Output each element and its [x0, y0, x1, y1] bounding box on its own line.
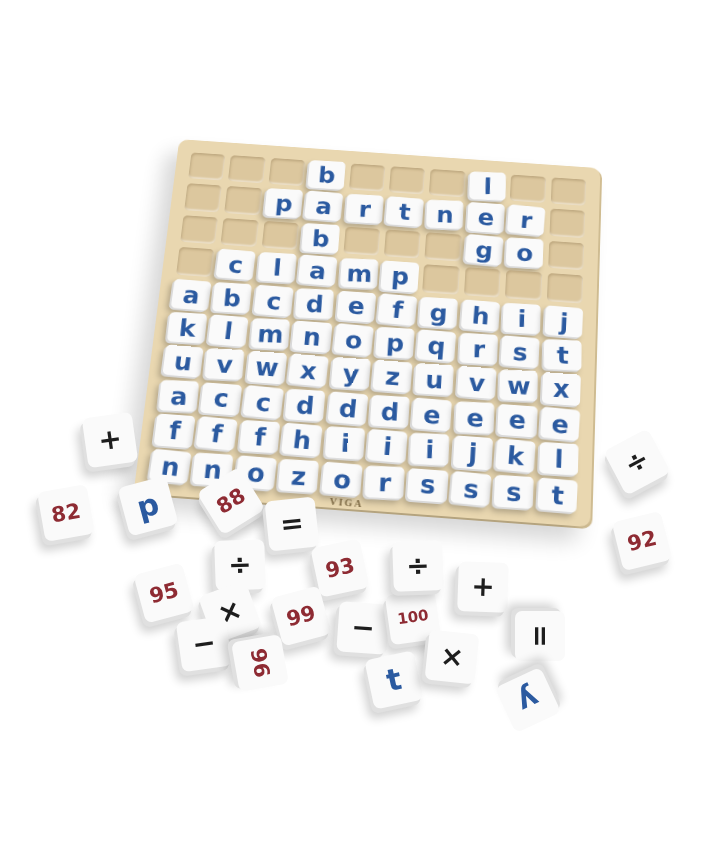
board-cell: l: [258, 253, 296, 283]
loose-number-tile[interactable]: 92: [612, 511, 673, 572]
letter-tile[interactable]: x: [288, 354, 330, 388]
letter-tile[interactable]: a: [304, 191, 344, 222]
board-cell: h: [462, 300, 499, 331]
board-cell: f: [379, 294, 417, 324]
board-cell: w: [500, 370, 538, 402]
letter-tile[interactable]: w: [246, 351, 287, 384]
board-cell: b: [302, 224, 340, 253]
letter-tile[interactable]: d: [370, 395, 410, 428]
loose-symbol-tile[interactable]: +: [82, 412, 138, 468]
board-cell: x: [289, 355, 328, 386]
board-cell: [261, 221, 299, 250]
board-cell: h: [282, 424, 321, 456]
letter-tile[interactable]: t: [385, 196, 424, 227]
board-cell: i: [325, 427, 364, 459]
board-cell: [176, 247, 214, 277]
board-cell: k: [168, 313, 207, 344]
letter-tile[interactable]: r: [365, 465, 405, 499]
board-cell: [425, 232, 462, 262]
board-cell: j: [454, 436, 493, 468]
letter-tile[interactable]: k: [167, 312, 208, 344]
letter-tile[interactable]: e: [455, 401, 494, 434]
letter-tile[interactable]: v: [457, 366, 497, 400]
board-cell: [180, 215, 218, 244]
letter-tile[interactable]: c: [200, 382, 242, 416]
letter-tile[interactable]: j: [544, 305, 583, 338]
board-cell: v: [458, 367, 496, 398]
letter-tile[interactable]: e: [467, 202, 505, 233]
loose-symbol-tile[interactable]: −: [176, 616, 232, 672]
board-cell: c: [201, 383, 241, 415]
loose-symbol-tile[interactable]: =: [265, 497, 320, 552]
board-cell: e: [498, 405, 536, 437]
loose-letter-tile[interactable]: t: [364, 650, 423, 709]
board-cell: i: [411, 433, 450, 465]
letter-tile[interactable]: f: [239, 420, 281, 454]
board-cell: e: [456, 402, 494, 434]
letter-tile[interactable]: n: [426, 200, 464, 230]
board-cell: n: [293, 321, 331, 352]
loose-symbol-tile[interactable]: =: [515, 611, 565, 661]
letter-tile[interactable]: c: [253, 284, 294, 317]
letter-tile[interactable]: k: [495, 438, 536, 474]
letter-tile[interactable]: l: [539, 442, 579, 476]
letter-tile[interactable]: p: [380, 261, 419, 293]
letter-tile[interactable]: i: [324, 426, 365, 460]
letter-tile[interactable]: q: [417, 329, 457, 363]
letter-tile[interactable]: d: [327, 391, 369, 426]
letter-tile[interactable]: o: [506, 237, 544, 268]
letter-tile[interactable]: p: [264, 188, 303, 218]
board-cell: o: [322, 462, 362, 495]
board-cell: p: [381, 261, 418, 291]
board-cell: [429, 169, 465, 198]
board-cell: r: [346, 195, 383, 224]
letter-tile[interactable]: e: [336, 290, 376, 322]
letter-tile[interactable]: l: [469, 171, 506, 201]
letter-board: blpartnerbgoclampabcdefghijklmnopqrstuvw…: [134, 139, 601, 527]
letter-tile[interactable]: g: [419, 296, 458, 328]
board-cell: i: [368, 430, 407, 462]
letter-tile[interactable]: z: [372, 360, 413, 394]
letter-tile[interactable]: l: [208, 314, 249, 347]
loose-number-tile[interactable]: 95: [133, 562, 194, 623]
board-cell: f: [240, 421, 280, 453]
letter-tile[interactable]: h: [281, 423, 323, 458]
letter-tile[interactable]: a: [158, 380, 199, 413]
board-cell: [384, 229, 421, 259]
letter-tile[interactable]: i: [503, 302, 541, 334]
board-cell: c: [217, 250, 255, 280]
board-cell: f: [155, 415, 195, 447]
board-cell: [268, 158, 305, 187]
board-cell: t: [386, 198, 423, 227]
board-cell: a: [299, 256, 337, 286]
board-cell: p: [376, 327, 414, 358]
brand-engraving: VIGA: [329, 496, 364, 509]
loose-symbol-tile[interactable]: −: [336, 601, 389, 654]
board-cell: [184, 183, 222, 212]
board-cell: [389, 166, 426, 195]
board-cell: [221, 218, 259, 247]
letter-tile[interactable]: t: [543, 339, 581, 371]
board-cell: [510, 175, 546, 204]
letter-tile[interactable]: o: [321, 461, 363, 496]
letter-tile[interactable]: b: [212, 282, 252, 313]
board-cell: b: [213, 282, 252, 312]
board-cell: n: [427, 200, 464, 229]
board-cell: d: [371, 395, 410, 427]
letter-tile[interactable]: v: [205, 349, 245, 381]
board-cell: [549, 209, 585, 238]
board-cell: [188, 152, 226, 180]
letter-tile[interactable]: y: [330, 357, 370, 390]
board-cell: d: [296, 288, 334, 318]
letter-tile[interactable]: c: [216, 249, 257, 281]
board-cell: e: [468, 203, 504, 232]
letter-tile[interactable]: z: [278, 459, 319, 493]
board-cell: r: [365, 466, 404, 499]
board-cell: a: [305, 192, 342, 221]
letter-tile[interactable]: h: [461, 299, 501, 332]
board-cell: [548, 241, 584, 271]
board-cell: j: [545, 306, 582, 337]
letter-tile[interactable]: s: [494, 474, 534, 509]
loose-symbol-tile[interactable]: ×: [425, 630, 480, 685]
letter-tile[interactable]: l: [257, 252, 297, 283]
letter-tile[interactable]: n: [292, 320, 333, 353]
board-cell: g: [466, 235, 503, 265]
board-cell: m: [340, 259, 378, 289]
letter-tile[interactable]: s: [501, 335, 541, 368]
board-cell: b: [308, 161, 345, 190]
letter-tile[interactable]: b: [308, 160, 347, 190]
letter-tile[interactable]: i: [367, 429, 408, 464]
loose-number-tile[interactable]: 96: [231, 634, 289, 692]
board-cell: k: [497, 440, 535, 473]
board-cell: u: [163, 346, 202, 377]
letter-tile[interactable]: f: [377, 293, 418, 326]
letter-tile[interactable]: d: [285, 388, 326, 421]
board-cell: m: [251, 318, 290, 349]
letter-tile[interactable]: d: [295, 288, 334, 319]
letter-tile[interactable]: u: [162, 345, 204, 378]
board-cell: f: [197, 418, 237, 450]
board-cell: [228, 155, 265, 183]
letter-tile[interactable]: f: [196, 416, 239, 451]
board-cell: i: [503, 303, 540, 334]
loose-symbol-tile[interactable]: ÷: [603, 428, 671, 496]
letter-tile[interactable]: m: [340, 258, 379, 289]
board-cell: o: [507, 238, 544, 268]
board-cell: c: [244, 386, 283, 418]
board-cell: t: [544, 339, 581, 370]
letter-tile[interactable]: t: [537, 477, 578, 513]
board-cell: d: [328, 392, 367, 424]
board-cell: e: [413, 399, 451, 431]
letter-tile[interactable]: e: [412, 397, 453, 431]
letter-tile[interactable]: r: [507, 205, 546, 237]
board-cell: l: [540, 443, 578, 476]
board-cell: s: [408, 469, 447, 502]
board-cell: t: [538, 478, 576, 511]
board-cell: q: [418, 330, 456, 361]
letter-tile[interactable]: w: [500, 370, 539, 402]
board-cell: s: [495, 475, 534, 508]
board-cell: g: [420, 297, 458, 327]
board-cell: s: [452, 472, 491, 505]
board-cell: [550, 177, 586, 206]
letter-tile[interactable]: g: [464, 234, 504, 266]
board-cell: z: [279, 459, 319, 492]
board-cell: [343, 226, 380, 255]
board-cell: [505, 270, 542, 300]
letter-tile[interactable]: s: [450, 470, 492, 506]
board-cell: e: [337, 291, 375, 321]
board-cell: s: [502, 336, 539, 367]
board-cell: x: [542, 373, 579, 405]
letter-tile[interactable]: s: [407, 468, 448, 503]
loose-letter-tile[interactable]: y: [495, 667, 561, 733]
letter-tile[interactable]: r: [459, 333, 498, 365]
board-grid: blpartnerbgoclampabcdefghijklmnopqrstuvw…: [150, 152, 586, 511]
board-cell: l: [470, 172, 506, 201]
board-cell: v: [205, 349, 244, 380]
board-cell: z: [373, 361, 411, 392]
letter-tile[interactable]: f: [154, 414, 196, 448]
board-cell: [423, 264, 460, 294]
letter-tile[interactable]: b: [302, 223, 341, 254]
letter-tile[interactable]: c: [242, 385, 284, 420]
letter-tile[interactable]: m: [250, 318, 290, 350]
board-cell: d: [286, 389, 325, 421]
letter-tile[interactable]: o: [333, 323, 374, 357]
board-cell: [546, 273, 583, 303]
scene: blpartnerbgoclampabcdefghijklmnopqrstuvw…: [0, 0, 720, 855]
letter-tile[interactable]: e: [540, 406, 581, 441]
letter-tile[interactable]: r: [345, 194, 383, 224]
board-cell: w: [247, 352, 286, 383]
board-cell: u: [416, 364, 454, 395]
letter-tile[interactable]: p: [375, 327, 415, 359]
loose-symbol-tile[interactable]: ÷: [392, 540, 444, 592]
board-cell: [225, 186, 263, 215]
letter-tile[interactable]: e: [497, 404, 537, 438]
board-cell: a: [159, 380, 199, 412]
board-cell: o: [334, 324, 372, 355]
board-cell: l: [209, 316, 248, 347]
letter-tile[interactable]: i: [410, 433, 450, 466]
loose-symbol-tile[interactable]: +: [457, 561, 509, 613]
letter-tile[interactable]: u: [415, 364, 455, 397]
board-cell: r: [508, 206, 544, 235]
board-cell: r: [460, 333, 498, 364]
letter-tile[interactable]: a: [298, 255, 338, 287]
board-cell: p: [265, 189, 302, 218]
loose-number-tile[interactable]: 82: [37, 484, 95, 542]
letter-tile[interactable]: x: [541, 372, 580, 406]
board-cell: [349, 163, 386, 192]
board-cell: y: [331, 358, 370, 389]
board-cell: e: [541, 408, 579, 440]
letter-tile[interactable]: j: [453, 435, 494, 470]
board-cell: c: [254, 285, 292, 315]
board-cell: [464, 267, 501, 297]
letter-tile[interactable]: a: [171, 278, 212, 311]
board-cell: a: [172, 280, 211, 310]
